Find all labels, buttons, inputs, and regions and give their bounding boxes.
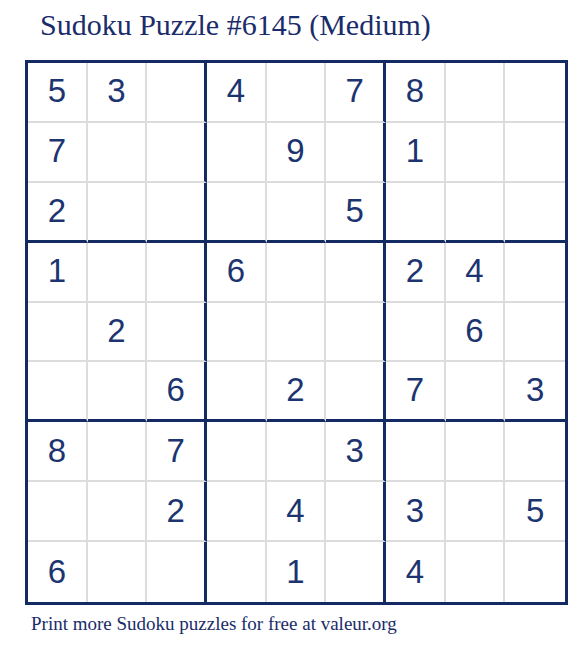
sudoku-cell[interactable]: 6	[28, 542, 88, 602]
sudoku-cell[interactable]	[207, 542, 267, 602]
sudoku-cell[interactable]: 5	[28, 63, 88, 123]
sudoku-cell[interactable]	[446, 183, 506, 243]
footer-note: Print more Sudoku puzzles for free at va…	[31, 613, 397, 635]
sudoku-cell[interactable]: 1	[267, 542, 327, 602]
given-digit: 4	[227, 74, 245, 107]
sudoku-cell[interactable]: 1	[28, 243, 88, 303]
given-digit: 8	[48, 434, 66, 467]
sudoku-cell[interactable]: 3	[88, 63, 148, 123]
sudoku-cell[interactable]	[446, 482, 506, 542]
sudoku-cell[interactable]	[386, 303, 446, 363]
sudoku-cell[interactable]	[207, 482, 267, 542]
sudoku-cell[interactable]: 2	[386, 243, 446, 303]
given-digit: 1	[406, 134, 424, 167]
given-digit: 3	[345, 434, 363, 467]
sudoku-cell[interactable]: 8	[386, 63, 446, 123]
sudoku-cell[interactable]	[326, 482, 386, 542]
sudoku-cell[interactable]	[207, 362, 267, 422]
sudoku-cell[interactable]: 1	[386, 123, 446, 183]
sudoku-cell[interactable]	[88, 422, 148, 482]
sudoku-cell[interactable]: 2	[88, 303, 148, 363]
sudoku-cell[interactable]	[147, 123, 207, 183]
given-digit: 4	[406, 555, 424, 588]
sudoku-cell[interactable]	[147, 183, 207, 243]
given-digit: 5	[526, 494, 544, 527]
sudoku-cell[interactable]	[28, 303, 88, 363]
sudoku-cell[interactable]	[505, 243, 565, 303]
sudoku-cell[interactable]	[267, 422, 327, 482]
given-digit: 8	[406, 74, 424, 107]
sudoku-cell[interactable]: 9	[267, 123, 327, 183]
sudoku-cell[interactable]: 7	[326, 63, 386, 123]
sudoku-cell[interactable]	[207, 123, 267, 183]
given-digit: 6	[227, 254, 245, 287]
sudoku-cell[interactable]	[88, 362, 148, 422]
sudoku-cell[interactable]: 7	[386, 362, 446, 422]
sudoku-cell[interactable]: 7	[147, 422, 207, 482]
sudoku-cell[interactable]	[505, 303, 565, 363]
sudoku-cell[interactable]	[326, 303, 386, 363]
sudoku-cell[interactable]	[267, 303, 327, 363]
page-title: Sudoku Puzzle #6145 (Medium)	[40, 8, 431, 42]
given-digit: 2	[406, 254, 424, 287]
given-digit: 5	[345, 194, 363, 227]
sudoku-cell[interactable]	[88, 183, 148, 243]
given-digit: 7	[48, 134, 66, 167]
sudoku-cell[interactable]	[267, 63, 327, 123]
sudoku-cell[interactable]	[147, 63, 207, 123]
sudoku-cell[interactable]: 2	[267, 362, 327, 422]
given-digit: 2	[107, 314, 125, 347]
sudoku-cell[interactable]: 5	[505, 482, 565, 542]
given-digit: 6	[166, 373, 184, 406]
sudoku-cell[interactable]: 3	[326, 422, 386, 482]
given-digit: 1	[286, 555, 304, 588]
sudoku-cell[interactable]: 6	[446, 303, 506, 363]
sudoku-cell[interactable]: 4	[386, 542, 446, 602]
sudoku-cell[interactable]	[147, 243, 207, 303]
sudoku-cell[interactable]	[505, 542, 565, 602]
given-digit: 6	[48, 555, 66, 588]
sudoku-cell[interactable]	[505, 63, 565, 123]
sudoku-cell[interactable]	[326, 542, 386, 602]
given-digit: 7	[345, 74, 363, 107]
sudoku-cell[interactable]	[446, 63, 506, 123]
given-digit: 9	[286, 134, 304, 167]
sudoku-cell[interactable]: 4	[267, 482, 327, 542]
given-digit: 5	[48, 74, 66, 107]
given-digit: 6	[465, 314, 483, 347]
sudoku-cell[interactable]: 6	[147, 362, 207, 422]
sudoku-cell[interactable]	[88, 542, 148, 602]
sudoku-cell[interactable]	[505, 183, 565, 243]
given-digit: 7	[166, 434, 184, 467]
given-digit: 4	[465, 254, 483, 287]
sudoku-cell[interactable]	[326, 362, 386, 422]
given-digit: 3	[526, 373, 544, 406]
given-digit: 3	[107, 74, 125, 107]
sudoku-board: 534787912516242662738732435614	[25, 60, 568, 605]
sudoku-cell[interactable]: 4	[446, 243, 506, 303]
sudoku-cell[interactable]: 2	[28, 183, 88, 243]
sudoku-cell[interactable]: 4	[207, 63, 267, 123]
sudoku-cell[interactable]	[28, 482, 88, 542]
sudoku-cell[interactable]	[147, 542, 207, 602]
sudoku-cell[interactable]: 5	[326, 183, 386, 243]
sudoku-cell[interactable]: 8	[28, 422, 88, 482]
sudoku-cell[interactable]	[207, 422, 267, 482]
sudoku-cell[interactable]	[446, 362, 506, 422]
given-digit: 3	[406, 494, 424, 527]
sudoku-cell[interactable]	[446, 422, 506, 482]
sudoku-cell[interactable]	[28, 362, 88, 422]
sudoku-cell[interactable]	[326, 123, 386, 183]
sudoku-cell[interactable]: 3	[505, 362, 565, 422]
given-digit: 4	[286, 494, 304, 527]
sudoku-cell[interactable]	[88, 482, 148, 542]
sudoku-cell[interactable]: 3	[386, 482, 446, 542]
given-digit: 1	[48, 254, 66, 287]
given-digit: 2	[48, 194, 66, 227]
sudoku-cell[interactable]	[505, 422, 565, 482]
sudoku-cell[interactable]: 2	[147, 482, 207, 542]
sudoku-cell[interactable]	[386, 422, 446, 482]
given-digit: 2	[166, 494, 184, 527]
sudoku-cell[interactable]	[207, 183, 267, 243]
sudoku-cell[interactable]	[88, 243, 148, 303]
sudoku-cell[interactable]	[267, 243, 327, 303]
given-digit: 2	[286, 373, 304, 406]
sudoku-sheet: { "game": "sudoku", "title": "Sudoku Puz…	[0, 0, 574, 651]
sudoku-cell[interactable]	[147, 303, 207, 363]
sudoku-cell[interactable]: 6	[207, 243, 267, 303]
sudoku-cell[interactable]	[326, 243, 386, 303]
sudoku-cell[interactable]	[207, 303, 267, 363]
sudoku-cell[interactable]	[386, 183, 446, 243]
sudoku-cell[interactable]	[446, 542, 506, 602]
sudoku-cell[interactable]	[505, 123, 565, 183]
sudoku-cell[interactable]	[446, 123, 506, 183]
sudoku-cell[interactable]	[88, 123, 148, 183]
sudoku-cell[interactable]: 7	[28, 123, 88, 183]
given-digit: 7	[406, 373, 424, 406]
sudoku-cell[interactable]	[267, 183, 327, 243]
